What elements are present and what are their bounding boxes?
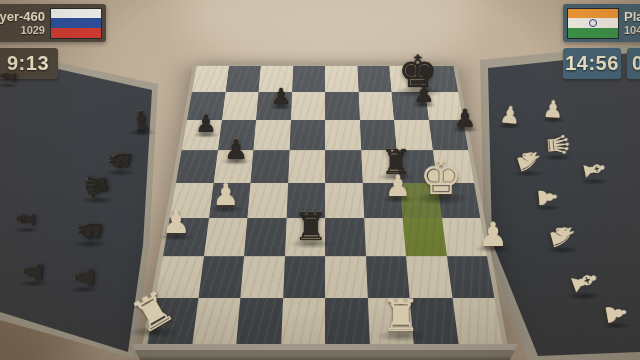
square-d1[interactable]	[281, 298, 325, 344]
square-c4[interactable]	[247, 183, 287, 218]
game-stage: ♝♚♟♟♟♟♟♝♟♛♟♞♞♜♝♚♟♛♟♟♝♟♜♞♟♞♟♟♝♟♜♜ yer-460…	[0, 0, 640, 360]
black-rook-d3[interactable]: ♜	[311, 241, 345, 279]
white-rook-f1[interactable]: ♜	[401, 332, 440, 360]
white-rook-a1[interactable]: ♜	[153, 328, 192, 360]
black-pawn-captured: ♟	[33, 281, 55, 306]
clock-right-time: 14:56	[565, 52, 619, 75]
square-b7[interactable]	[221, 92, 258, 120]
white-pawn-captured: ♟	[510, 124, 531, 147]
square-b8[interactable]	[225, 66, 261, 92]
india-flag	[567, 8, 619, 39]
white-pawn-b4[interactable]: ♟	[226, 206, 253, 236]
square-c2[interactable]	[240, 256, 284, 298]
black-bishop-captured: ♝	[142, 130, 165, 156]
black-knight-captured: ♞	[120, 170, 145, 198]
square-e8[interactable]	[325, 66, 358, 92]
black-bishop-captured: ♝	[26, 228, 48, 252]
square-e5[interactable]	[325, 150, 362, 183]
black-bishop-captured: ♝	[8, 84, 26, 104]
white-bishop-captured: ♝	[594, 179, 618, 206]
player-plate-right[interactable]: Pla 1042	[563, 4, 640, 42]
white-pawn-captured: ♟	[616, 323, 639, 349]
square-f8[interactable]	[357, 66, 391, 92]
player-name-left: yer-460	[0, 10, 45, 24]
clock-right: 14:56	[563, 48, 621, 79]
square-e1[interactable]	[325, 298, 369, 344]
clock-right-secondary-time: 0	[632, 52, 640, 75]
white-pawn-h3[interactable]: ♟	[493, 246, 523, 279]
square-d8[interactable]	[292, 66, 325, 92]
square-b1[interactable]	[192, 298, 240, 344]
square-d5[interactable]	[288, 150, 325, 183]
square-h1[interactable]	[452, 298, 502, 344]
player-rating-left: 1029	[21, 24, 45, 36]
black-pawn-c7[interactable]: ♟	[281, 105, 301, 127]
square-c1[interactable]	[236, 298, 282, 344]
square-f7[interactable]	[358, 92, 394, 120]
square-e7[interactable]	[325, 92, 360, 120]
background-blur-blob	[0, 140, 100, 360]
white-pawn-f4[interactable]: ♟	[398, 197, 424, 226]
black-pawn-b5[interactable]: ♟	[236, 159, 260, 186]
clock-right-secondary: 0	[627, 48, 640, 79]
player-name-right: Pla	[624, 10, 640, 24]
black-pawn-h6[interactable]: ♟	[465, 127, 487, 152]
square-e6[interactable]	[325, 120, 361, 150]
player-rating-right: 1042	[624, 24, 640, 36]
ashoka-chakra-icon	[589, 19, 597, 27]
russia-flag	[50, 8, 102, 39]
square-h2[interactable]	[447, 256, 495, 298]
white-pawn-a3[interactable]: ♟	[176, 234, 205, 266]
square-e4[interactable]	[325, 183, 364, 218]
square-a8[interactable]	[192, 66, 229, 92]
player-plate-left[interactable]: yer-460 1029	[0, 4, 106, 42]
black-pawn-captured: ♟	[84, 287, 106, 312]
black-pawn-g7[interactable]: ♟	[424, 103, 445, 126]
square-b2[interactable]	[198, 256, 244, 298]
